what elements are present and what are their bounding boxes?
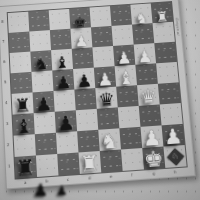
rank-label-2: 2	[7, 143, 10, 147]
piece-black-pawn-c3[interactable]: ♟	[57, 113, 76, 134]
square-d6[interactable]	[72, 47, 94, 69]
piece-white-pawn-f6[interactable]: ♟	[116, 50, 132, 67]
piece-white-pawn-g6[interactable]: ♟	[137, 49, 153, 66]
photo-frame: ♚♞♜♟♞♝♟♟♟♟♟♝♜♟♛♛♝♟♞♟♟♜♜♚♘ Original abcde…	[0, 0, 200, 200]
square-c7[interactable]	[50, 29, 72, 50]
square-h4[interactable]	[158, 82, 181, 104]
square-b3[interactable]	[34, 112, 56, 134]
file-label-e: e	[110, 175, 113, 179]
piece-black-rook-a4[interactable]: ♜	[14, 96, 32, 115]
square-a5[interactable]	[11, 72, 33, 94]
square-e6[interactable]	[92, 46, 114, 68]
rank-label-7: 7	[2, 40, 5, 44]
board-brand-text: Original	[175, 18, 181, 36]
rank-label-4: 4	[5, 101, 8, 105]
piece-white-knight-g8[interactable]: ♞	[135, 11, 149, 26]
square-b8[interactable]	[28, 10, 50, 31]
piece-white-pawn-h2[interactable]: ♟	[163, 125, 183, 147]
square-a7[interactable]	[9, 32, 31, 53]
square-a4[interactable]: ♜	[12, 92, 34, 114]
file-label-f: f	[131, 173, 133, 177]
piece-black-pawn-c5[interactable]: ♟	[55, 74, 72, 92]
square-h2[interactable]: ♟	[162, 124, 185, 147]
square-a3[interactable]: ♝	[13, 113, 35, 135]
square-c4[interactable]	[53, 90, 75, 112]
square-g6[interactable]: ♟	[134, 43, 156, 65]
square-c3[interactable]: ♟	[55, 110, 77, 132]
square-f4[interactable]	[116, 85, 139, 107]
square-d3[interactable]	[76, 109, 99, 131]
piece-black-rook-a1[interactable]: ♜	[15, 156, 36, 179]
rank-label-1: 1	[8, 164, 11, 168]
rank-label-5: 5	[4, 80, 7, 84]
logo-knight-icon: ♘	[171, 152, 179, 161]
square-e5[interactable]: ♟	[94, 66, 116, 88]
piece-white-rook-d1[interactable]: ♜	[79, 152, 100, 175]
piece-white-rook-h8[interactable]: ♜	[155, 9, 169, 24]
piece-white-queen-g4[interactable]: ♛	[139, 87, 157, 106]
square-e8[interactable]	[90, 6, 112, 27]
square-e7[interactable]	[91, 26, 113, 47]
square-f1[interactable]	[121, 148, 144, 171]
square-e2[interactable]: ♞	[98, 128, 121, 151]
file-label-g: g	[152, 172, 155, 176]
square-b2[interactable]	[35, 133, 57, 156]
piece-white-king-g1[interactable]: ♚	[143, 147, 164, 170]
rank-label-6: 6	[3, 60, 6, 64]
square-g1[interactable]: ♚	[142, 147, 165, 170]
square-f3[interactable]	[118, 106, 141, 128]
square-g4[interactable]: ♛	[137, 84, 160, 106]
file-label-a: a	[24, 181, 27, 185]
square-c6[interactable]: ♝	[51, 49, 73, 71]
square-d5[interactable]: ♟	[73, 68, 95, 90]
square-d4[interactable]	[74, 88, 96, 110]
square-g7[interactable]	[132, 23, 154, 44]
square-h6[interactable]	[154, 42, 177, 64]
square-g8[interactable]: ♞	[130, 3, 152, 24]
piece-white-pawn-d7[interactable]: ♟	[74, 34, 89, 50]
square-c8[interactable]	[49, 9, 71, 30]
chess-board: ♚♞♜♟♞♝♟♟♟♟♟♝♜♟♛♛♝♟♞♟♟♜♜♚♘ Original abcde…	[0, 0, 196, 190]
captured-black-piece: ♟	[56, 184, 68, 197]
captured-black-piece: ♟	[33, 182, 48, 199]
square-b7[interactable]	[29, 30, 51, 51]
square-h3[interactable]	[160, 103, 183, 125]
square-d8[interactable]: ♚	[69, 8, 91, 29]
piece-black-bishop-c6[interactable]: ♝	[54, 54, 70, 71]
file-label-d: d	[88, 176, 91, 180]
square-a8[interactable]	[8, 12, 30, 33]
piece-white-knight-e2[interactable]: ♞	[100, 130, 120, 152]
rank-label-8: 8	[1, 20, 4, 24]
square-g3[interactable]	[139, 104, 162, 126]
piece-black-bishop-a3[interactable]: ♝	[14, 116, 33, 137]
square-a6[interactable]	[10, 52, 32, 74]
square-h8[interactable]: ♜	[151, 2, 173, 23]
file-label-c: c	[67, 178, 70, 182]
square-b1[interactable]	[36, 154, 59, 177]
piece-black-king-d8[interactable]: ♚	[73, 15, 87, 30]
square-g5[interactable]	[135, 63, 158, 85]
rank-label-3: 3	[6, 122, 9, 126]
square-e4[interactable]: ♛	[95, 87, 117, 109]
square-h5[interactable]	[156, 62, 179, 84]
piece-black-pawn-d5[interactable]: ♟	[76, 72, 93, 90]
square-b4[interactable]: ♟	[33, 91, 55, 113]
piece-black-knight-b6[interactable]: ♞	[34, 56, 50, 73]
square-a1[interactable]: ♜	[15, 155, 37, 178]
square-f6[interactable]: ♟	[113, 45, 135, 67]
file-label-h: h	[174, 170, 177, 174]
piece-black-pawn-b4[interactable]: ♟	[35, 95, 53, 114]
square-d7[interactable]: ♟	[70, 27, 92, 48]
square-f5[interactable]: ♝	[115, 65, 137, 87]
square-c1[interactable]	[57, 152, 80, 175]
square-f7[interactable]	[111, 25, 133, 46]
square-b6[interactable]: ♞	[30, 50, 52, 72]
square-f2[interactable]	[119, 127, 142, 150]
square-b5[interactable]	[31, 70, 53, 92]
square-f8[interactable]	[110, 5, 132, 26]
piece-black-queen-e4[interactable]: ♛	[98, 90, 116, 109]
square-c5[interactable]: ♟	[52, 69, 74, 91]
square-e3[interactable]	[97, 107, 120, 129]
board-grid: ♚♞♜♟♞♝♟♟♟♟♟♝♜♟♛♛♝♟♞♟♟♜♜♚♘	[7, 1, 188, 180]
square-d1[interactable]: ♜	[78, 151, 101, 174]
square-h7[interactable]	[153, 22, 175, 43]
piece-white-pawn-e5[interactable]: ♟	[97, 71, 114, 89]
piece-white-bishop-f5[interactable]: ♝	[118, 69, 135, 87]
